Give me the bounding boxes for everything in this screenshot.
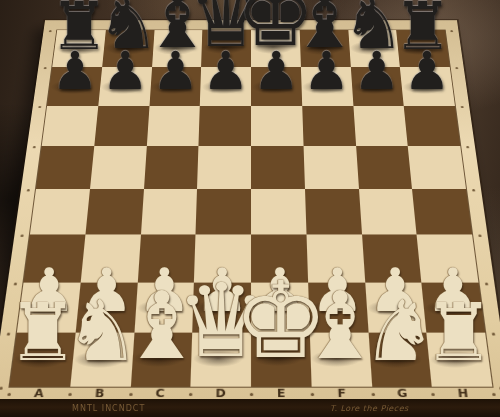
square-g6[interactable] — [353, 105, 408, 146]
square-g3[interactable] — [362, 234, 422, 282]
square-b6[interactable] — [94, 105, 149, 146]
square-e1[interactable] — [251, 333, 311, 387]
square-g2[interactable] — [365, 282, 427, 333]
border-dot — [466, 146, 469, 148]
square-f8[interactable] — [299, 30, 350, 67]
square-g5[interactable] — [356, 146, 413, 189]
square-g1[interactable] — [368, 333, 432, 387]
square-g4[interactable] — [359, 189, 417, 234]
square-d3[interactable] — [194, 234, 251, 282]
border-dot — [455, 67, 458, 69]
square-b2[interactable] — [75, 282, 137, 333]
border-dot — [492, 333, 496, 336]
border-dot — [14, 282, 18, 285]
board-perspective-wrapper: ABCDEFGH — [21, 0, 481, 417]
square-a5[interactable] — [36, 146, 94, 189]
square-f5[interactable] — [303, 146, 358, 189]
square-h1[interactable] — [427, 333, 493, 387]
square-a4[interactable] — [30, 189, 90, 234]
square-c2[interactable] — [134, 282, 194, 333]
border-dot — [250, 393, 253, 396]
square-b8[interactable] — [102, 30, 154, 67]
square-d6[interactable] — [199, 105, 251, 146]
square-g8[interactable] — [348, 30, 400, 67]
square-e2[interactable] — [251, 282, 310, 333]
file-label-a: A — [30, 388, 47, 399]
square-a1[interactable] — [10, 333, 76, 387]
square-h6[interactable] — [404, 105, 460, 146]
square-c4[interactable] — [140, 189, 197, 234]
border-dot — [371, 393, 375, 396]
square-f6[interactable] — [302, 105, 356, 146]
maker-stamp-right: T. Lore the Pieces — [330, 404, 409, 413]
square-e3[interactable] — [251, 234, 308, 282]
border-dot — [44, 67, 47, 69]
border-dot — [129, 393, 133, 396]
square-c7[interactable] — [149, 67, 201, 106]
border-dot — [7, 393, 11, 396]
square-f7[interactable] — [301, 67, 353, 106]
square-b7[interactable] — [98, 67, 152, 106]
square-h2[interactable] — [422, 282, 486, 333]
square-b1[interactable] — [70, 333, 134, 387]
border-dot — [68, 393, 72, 396]
border-dot — [431, 393, 435, 396]
border-dot — [492, 393, 496, 396]
square-f1[interactable] — [310, 333, 372, 387]
square-c5[interactable] — [144, 146, 199, 189]
square-f4[interactable] — [305, 189, 362, 234]
square-b4[interactable] — [85, 189, 143, 234]
border-dot — [49, 30, 52, 32]
border-dot — [7, 333, 11, 336]
border-dot — [20, 234, 23, 237]
border-dot — [485, 282, 489, 285]
square-h7[interactable] — [400, 67, 455, 106]
square-d8[interactable] — [201, 30, 251, 67]
square-d5[interactable] — [197, 146, 251, 189]
square-b3[interactable] — [80, 234, 140, 282]
file-label-f: F — [334, 388, 350, 399]
square-a7[interactable] — [47, 67, 102, 106]
square-c3[interactable] — [137, 234, 195, 282]
square-e5[interactable] — [251, 146, 305, 189]
border-dot — [0, 387, 3, 390]
square-e4[interactable] — [251, 189, 306, 234]
board-front-edge: MNTL INCNDCT T. Lore the Pieces — [0, 399, 500, 417]
square-d1[interactable] — [191, 333, 251, 387]
squares-grid — [10, 30, 493, 386]
file-label-d: D — [213, 388, 229, 399]
file-label-b: B — [91, 388, 108, 399]
square-h8[interactable] — [396, 30, 449, 67]
border-dot — [450, 30, 453, 32]
maker-stamp-left: MNTL INCNDCT — [72, 404, 145, 413]
square-h5[interactable] — [408, 146, 466, 189]
border-dot — [461, 105, 464, 107]
square-d4[interactable] — [196, 189, 251, 234]
square-c8[interactable] — [152, 30, 203, 67]
square-d7[interactable] — [200, 67, 251, 106]
border-dot — [38, 105, 41, 107]
square-b5[interactable] — [90, 146, 147, 189]
chess-table-scene: ABCDEFGH ♜♞♝♛♚♝♞♜♟♟♟♟♟♟♟♟♟♟♟♟♟♟♟♟♜♞♝♛♚♝♞… — [0, 0, 500, 417]
square-c1[interactable] — [130, 333, 192, 387]
square-a3[interactable] — [24, 234, 86, 282]
square-f3[interactable] — [306, 234, 364, 282]
square-a8[interactable] — [52, 30, 105, 67]
border-dot — [33, 146, 36, 148]
square-e6[interactable] — [251, 105, 303, 146]
square-g7[interactable] — [350, 67, 404, 106]
border-dot — [472, 189, 475, 191]
square-a6[interactable] — [42, 105, 98, 146]
file-label-c: C — [152, 388, 168, 399]
square-f2[interactable] — [308, 282, 368, 333]
square-e7[interactable] — [251, 67, 302, 106]
file-label-h: H — [454, 388, 471, 399]
border-dot — [478, 234, 481, 237]
square-c6[interactable] — [146, 105, 200, 146]
file-label-e: E — [273, 388, 289, 399]
square-h3[interactable] — [417, 234, 479, 282]
square-a2[interactable] — [17, 282, 81, 333]
chess-board: ABCDEFGH — [0, 20, 500, 402]
border-dot — [310, 393, 313, 396]
file-label-g: G — [394, 388, 411, 399]
border-dot — [27, 189, 30, 191]
square-e8[interactable] — [251, 30, 301, 67]
square-d2[interactable] — [192, 282, 251, 333]
border-dot — [189, 393, 192, 396]
square-h4[interactable] — [412, 189, 472, 234]
